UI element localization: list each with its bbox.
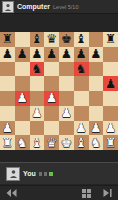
square-a3[interactable] xyxy=(0,106,15,121)
square-b5[interactable] xyxy=(15,76,30,91)
square-a2[interactable]: ♟ xyxy=(0,121,15,136)
black-rook: ♜ xyxy=(2,32,13,46)
square-b4[interactable]: ♟ xyxy=(15,91,30,106)
square-d8[interactable]: ♛ xyxy=(44,32,59,47)
square-g7[interactable]: ♟ xyxy=(89,47,104,62)
square-a4[interactable] xyxy=(0,91,15,106)
white-knight: ♞ xyxy=(17,136,28,150)
black-queen: ♛ xyxy=(46,32,57,46)
square-c5[interactable] xyxy=(30,76,45,91)
black-pawn: ♟ xyxy=(61,47,72,61)
white-pawn: ♟ xyxy=(46,91,57,105)
square-h2[interactable]: ♟ xyxy=(103,121,118,136)
square-a6[interactable] xyxy=(0,62,15,77)
rewind-icon xyxy=(6,189,17,197)
square-d7[interactable]: ♟ xyxy=(44,47,59,62)
white-king: ♚ xyxy=(61,136,72,150)
status-mark xyxy=(39,172,42,176)
square-b8[interactable] xyxy=(15,32,30,47)
square-b7[interactable]: ♟ xyxy=(15,47,30,62)
opponent-name: Computer xyxy=(17,3,50,10)
white-pawn: ♟ xyxy=(31,106,42,120)
square-a1[interactable]: ♜ xyxy=(0,135,15,150)
white-rook: ♜ xyxy=(105,136,116,150)
square-e1[interactable]: ♚ xyxy=(59,135,74,150)
square-g2[interactable]: ♟ xyxy=(89,121,104,136)
chess-board[interactable]: ♜♝♛♚♝♜♟♟♟♟♟♟♟♞♞♟♟♟♟♟♟♟♟♟♜♞♝♛♚♝♞♜ xyxy=(0,32,118,150)
square-b6[interactable] xyxy=(15,62,30,77)
person-icon xyxy=(4,3,12,11)
you-avatar xyxy=(6,167,20,181)
white-knight: ♞ xyxy=(90,136,101,150)
square-h5[interactable]: ♟ xyxy=(103,76,118,91)
opponent-level: Level 5/10 xyxy=(53,4,78,10)
status-indicator xyxy=(39,172,53,176)
square-h3[interactable] xyxy=(103,106,118,121)
square-g3[interactable] xyxy=(89,106,104,121)
square-e6[interactable] xyxy=(59,62,74,77)
square-c6[interactable]: ♞ xyxy=(30,62,45,77)
black-king: ♚ xyxy=(61,32,72,46)
rewind-button[interactable] xyxy=(6,189,17,197)
menu-button[interactable] xyxy=(82,189,91,198)
white-pawn: ♟ xyxy=(76,121,87,135)
player-name: You xyxy=(23,170,36,177)
square-f3[interactable] xyxy=(74,106,89,121)
square-e7[interactable]: ♟ xyxy=(59,47,74,62)
step-forward-icon xyxy=(103,189,112,197)
square-g6[interactable] xyxy=(89,62,104,77)
turn-indicator xyxy=(49,172,53,176)
square-c8[interactable]: ♝ xyxy=(30,32,45,47)
square-h4[interactable] xyxy=(103,91,118,106)
square-g4[interactable] xyxy=(89,91,104,106)
white-pawn: ♟ xyxy=(17,91,28,105)
black-rook: ♜ xyxy=(105,32,116,46)
square-f6[interactable]: ♞ xyxy=(74,62,89,77)
square-d5[interactable] xyxy=(44,76,59,91)
black-knight: ♞ xyxy=(31,62,42,76)
opponent-bar: Computer Level 5/10 xyxy=(0,0,118,14)
white-pawn: ♟ xyxy=(90,121,101,135)
black-pawn: ♟ xyxy=(105,77,116,91)
black-pawn: ♟ xyxy=(46,47,57,61)
step-forward-button[interactable] xyxy=(103,189,112,197)
square-g1[interactable]: ♞ xyxy=(89,135,104,150)
player-bar: You xyxy=(0,162,118,184)
white-bishop: ♝ xyxy=(31,136,42,150)
white-bishop: ♝ xyxy=(76,136,87,150)
square-b3[interactable] xyxy=(15,106,30,121)
white-pawn: ♟ xyxy=(61,106,72,120)
square-c1[interactable]: ♝ xyxy=(30,135,45,150)
black-bishop: ♝ xyxy=(31,32,42,46)
square-d1[interactable]: ♛ xyxy=(44,135,59,150)
square-f2[interactable]: ♟ xyxy=(74,121,89,136)
black-pawn: ♟ xyxy=(17,47,28,61)
white-pawn: ♟ xyxy=(105,121,116,135)
square-e4[interactable] xyxy=(59,91,74,106)
square-h7[interactable] xyxy=(103,47,118,62)
square-d3[interactable] xyxy=(44,106,59,121)
black-pawn: ♟ xyxy=(31,47,42,61)
square-e8[interactable]: ♚ xyxy=(59,32,74,47)
square-f4[interactable] xyxy=(74,91,89,106)
square-e3[interactable]: ♟ xyxy=(59,106,74,121)
square-b1[interactable]: ♞ xyxy=(15,135,30,150)
square-e2[interactable] xyxy=(59,121,74,136)
white-queen: ♛ xyxy=(46,136,57,150)
square-c4[interactable] xyxy=(30,91,45,106)
black-bishop: ♝ xyxy=(76,32,87,46)
square-h6[interactable] xyxy=(103,62,118,77)
white-pawn: ♟ xyxy=(2,121,13,135)
square-f5[interactable] xyxy=(74,76,89,91)
black-knight: ♞ xyxy=(76,62,87,76)
person-icon xyxy=(9,169,18,178)
square-g5[interactable] xyxy=(89,76,104,91)
square-e5[interactable] xyxy=(59,76,74,91)
square-h1[interactable]: ♜ xyxy=(103,135,118,150)
white-rook: ♜ xyxy=(2,136,13,150)
square-b2[interactable] xyxy=(15,121,30,136)
square-f7[interactable]: ♟ xyxy=(74,47,89,62)
square-c3[interactable]: ♟ xyxy=(30,106,45,121)
square-a5[interactable] xyxy=(0,76,15,91)
square-d6[interactable] xyxy=(44,62,59,77)
square-c2[interactable] xyxy=(30,121,45,136)
black-pawn: ♟ xyxy=(76,47,87,61)
black-pawn: ♟ xyxy=(90,47,101,61)
square-d4[interactable]: ♟ xyxy=(44,91,59,106)
square-g8[interactable] xyxy=(89,32,104,47)
status-mark xyxy=(44,172,47,176)
square-f1[interactable]: ♝ xyxy=(74,135,89,150)
square-f8[interactable]: ♝ xyxy=(74,32,89,47)
bottom-toolbar xyxy=(0,185,118,200)
square-d2[interactable] xyxy=(44,121,59,136)
menu-grid-icon xyxy=(82,189,91,198)
square-h8[interactable]: ♜ xyxy=(103,32,118,47)
black-pawn: ♟ xyxy=(2,47,13,61)
computer-avatar xyxy=(2,1,14,13)
square-a8[interactable]: ♜ xyxy=(0,32,15,47)
square-a7[interactable]: ♟ xyxy=(0,47,15,62)
square-c7[interactable]: ♟ xyxy=(30,47,45,62)
